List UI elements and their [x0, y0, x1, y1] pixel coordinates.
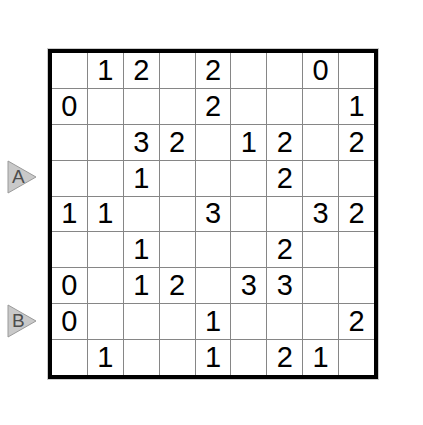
cell-r4c5[interactable] — [196, 161, 231, 196]
cell-r9c1[interactable] — [52, 340, 87, 375]
cell-r5c4[interactable] — [160, 197, 195, 232]
cell-r5c8: 3 — [303, 197, 338, 232]
cell-r6c4[interactable] — [160, 232, 195, 267]
cell-r2c2[interactable] — [88, 89, 123, 124]
cell-r7c2[interactable] — [88, 268, 123, 303]
cell-r3c7: 2 — [267, 125, 302, 160]
puzzle-stage: A B 122002132122121133212012330121121 — [0, 0, 423, 425]
cell-r6c6[interactable] — [231, 232, 266, 267]
cell-r7c7: 3 — [267, 268, 302, 303]
cell-r2c1: 0 — [52, 89, 87, 124]
cell-r7c4: 2 — [160, 268, 195, 303]
cell-r3c3: 3 — [124, 125, 159, 160]
cell-r3c1[interactable] — [52, 125, 87, 160]
cell-r6c5[interactable] — [196, 232, 231, 267]
cell-r2c9: 1 — [339, 89, 374, 124]
cell-r7c6: 3 — [231, 268, 266, 303]
cell-r6c1[interactable] — [52, 232, 87, 267]
cell-r4c8[interactable] — [303, 161, 338, 196]
cell-r5c9: 2 — [339, 197, 374, 232]
cell-r3c4: 2 — [160, 125, 195, 160]
answer-marker-b: B — [7, 304, 37, 338]
cell-r3c9: 2 — [339, 125, 374, 160]
cell-r7c8[interactable] — [303, 268, 338, 303]
cell-r9c3[interactable] — [124, 340, 159, 375]
cell-r8c2[interactable] — [88, 304, 123, 339]
cell-r5c2: 1 — [88, 197, 123, 232]
cell-r9c5: 1 — [196, 340, 231, 375]
cell-r5c6[interactable] — [231, 197, 266, 232]
cell-r4c6[interactable] — [231, 161, 266, 196]
cell-r1c9[interactable] — [339, 53, 374, 88]
cell-r3c2[interactable] — [88, 125, 123, 160]
cell-r1c7[interactable] — [267, 53, 302, 88]
marker-a-label: A — [12, 167, 25, 186]
cell-r1c8: 0 — [303, 53, 338, 88]
cell-r7c5[interactable] — [196, 268, 231, 303]
cell-r5c5: 3 — [196, 197, 231, 232]
cell-r6c7: 2 — [267, 232, 302, 267]
cell-r7c3: 1 — [124, 268, 159, 303]
cell-r4c1[interactable] — [52, 161, 87, 196]
cell-r7c1: 0 — [52, 268, 87, 303]
cell-r4c9[interactable] — [339, 161, 374, 196]
cell-r8c4[interactable] — [160, 304, 195, 339]
cell-r3c6: 1 — [231, 125, 266, 160]
cell-r2c6[interactable] — [231, 89, 266, 124]
cell-r5c1: 1 — [52, 197, 87, 232]
puzzle-grid: 122002132122121133212012330121121 — [48, 49, 378, 379]
cell-r8c5: 1 — [196, 304, 231, 339]
cell-r7c9[interactable] — [339, 268, 374, 303]
cell-r1c2: 1 — [88, 53, 123, 88]
cell-r4c4[interactable] — [160, 161, 195, 196]
cell-r1c4[interactable] — [160, 53, 195, 88]
cell-r2c5: 2 — [196, 89, 231, 124]
cell-r9c9[interactable] — [339, 340, 374, 375]
cell-r9c2: 1 — [88, 340, 123, 375]
cell-r9c7: 2 — [267, 340, 302, 375]
cell-r4c7: 2 — [267, 161, 302, 196]
cell-r1c1[interactable] — [52, 53, 87, 88]
cell-r6c3: 1 — [124, 232, 159, 267]
cell-r1c5: 2 — [196, 53, 231, 88]
cell-r1c6[interactable] — [231, 53, 266, 88]
cell-r2c3[interactable] — [124, 89, 159, 124]
cell-r8c1: 0 — [52, 304, 87, 339]
cell-r4c3: 1 — [124, 161, 159, 196]
cell-r3c8[interactable] — [303, 125, 338, 160]
cell-r4c2[interactable] — [88, 161, 123, 196]
cell-r2c4[interactable] — [160, 89, 195, 124]
cell-r9c6[interactable] — [231, 340, 266, 375]
cell-r8c6[interactable] — [231, 304, 266, 339]
cell-r3c5[interactable] — [196, 125, 231, 160]
cell-r9c8: 1 — [303, 340, 338, 375]
marker-b-label: B — [12, 311, 25, 330]
cell-r1c3: 2 — [124, 53, 159, 88]
cell-r9c4[interactable] — [160, 340, 195, 375]
cell-r8c9: 2 — [339, 304, 374, 339]
cell-r6c2[interactable] — [88, 232, 123, 267]
cell-r2c8[interactable] — [303, 89, 338, 124]
answer-marker-a: A — [7, 160, 37, 194]
cell-r2c7[interactable] — [267, 89, 302, 124]
cell-r8c7[interactable] — [267, 304, 302, 339]
cell-r5c3[interactable] — [124, 197, 159, 232]
cell-r5c7[interactable] — [267, 197, 302, 232]
cell-r8c8[interactable] — [303, 304, 338, 339]
cell-r6c8[interactable] — [303, 232, 338, 267]
cell-r6c9[interactable] — [339, 232, 374, 267]
cell-r8c3[interactable] — [124, 304, 159, 339]
